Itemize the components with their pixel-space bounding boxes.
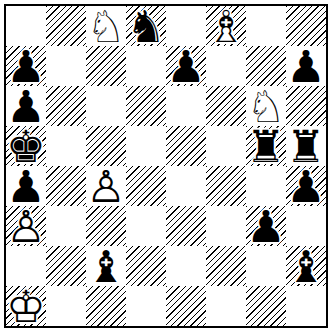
square-b5[interactable] — [46, 126, 86, 166]
black-bishop[interactable]: ♝ — [86, 246, 126, 286]
square-f3[interactable] — [206, 206, 246, 246]
square-c1[interactable] — [86, 286, 126, 326]
square-h4[interactable]: ♟ — [286, 166, 326, 206]
square-e6[interactable] — [166, 86, 206, 126]
square-c6[interactable] — [86, 86, 126, 126]
square-g1[interactable] — [246, 286, 286, 326]
square-e4[interactable] — [166, 166, 206, 206]
square-a8[interactable] — [6, 6, 46, 46]
square-d2[interactable] — [126, 246, 166, 286]
pawn-glyph: ♟ — [286, 167, 326, 207]
black-pawn[interactable]: ♟ — [286, 46, 326, 86]
pawn-outline-layer: ♙ — [6, 207, 46, 247]
black-pawn[interactable]: ♟ — [246, 206, 286, 246]
black-knight[interactable]: ♞ — [126, 6, 166, 46]
square-g4[interactable] — [246, 166, 286, 206]
square-c7[interactable] — [86, 46, 126, 86]
white-bishop[interactable]: ♝♗ — [206, 6, 246, 46]
square-e8[interactable] — [166, 6, 206, 46]
square-g5[interactable]: ♜ — [246, 126, 286, 166]
square-b1[interactable] — [46, 286, 86, 326]
square-h2[interactable]: ♝ — [286, 246, 326, 286]
square-a4[interactable]: ♟ — [6, 166, 46, 206]
square-f4[interactable] — [206, 166, 246, 206]
square-f2[interactable] — [206, 246, 246, 286]
black-rook[interactable]: ♜ — [286, 126, 326, 166]
square-b7[interactable] — [46, 46, 86, 86]
pawn-outline-layer: ♙ — [86, 167, 126, 207]
square-d1[interactable] — [126, 286, 166, 326]
black-pawn[interactable]: ♟ — [6, 166, 46, 206]
square-a2[interactable] — [6, 246, 46, 286]
chess-board: ♞♘♞♝♗♟♟♟♟♞♘♚♜♜♟♟♙♟♟♙♟♝♝♚♔ — [6, 6, 326, 326]
black-pawn[interactable]: ♟ — [166, 46, 206, 86]
square-b4[interactable] — [46, 166, 86, 206]
square-a6[interactable]: ♟ — [6, 86, 46, 126]
knight-outline-layer: ♘ — [86, 7, 126, 47]
square-f7[interactable] — [206, 46, 246, 86]
square-e5[interactable] — [166, 126, 206, 166]
square-f8[interactable]: ♝♗ — [206, 6, 246, 46]
black-bishop[interactable]: ♝ — [286, 246, 326, 286]
square-b3[interactable] — [46, 206, 86, 246]
black-pawn[interactable]: ♟ — [286, 166, 326, 206]
square-h6[interactable] — [286, 86, 326, 126]
rook-glyph: ♜ — [246, 127, 286, 167]
square-g2[interactable] — [246, 246, 286, 286]
square-f5[interactable] — [206, 126, 246, 166]
square-h5[interactable]: ♜ — [286, 126, 326, 166]
pawn-glyph: ♟ — [246, 207, 286, 247]
square-f1[interactable] — [206, 286, 246, 326]
square-f6[interactable] — [206, 86, 246, 126]
square-b6[interactable] — [46, 86, 86, 126]
white-king[interactable]: ♚♔ — [6, 286, 46, 326]
black-rook[interactable]: ♜ — [246, 126, 286, 166]
square-d7[interactable] — [126, 46, 166, 86]
square-h7[interactable]: ♟ — [286, 46, 326, 86]
white-pawn[interactable]: ♟♙ — [86, 166, 126, 206]
square-h1[interactable] — [286, 286, 326, 326]
square-a7[interactable]: ♟ — [6, 46, 46, 86]
square-e2[interactable] — [166, 246, 206, 286]
square-b2[interactable] — [46, 246, 86, 286]
square-c3[interactable] — [86, 206, 126, 246]
square-c8[interactable]: ♞♘ — [86, 6, 126, 46]
square-g6[interactable]: ♞♘ — [246, 86, 286, 126]
pawn-glyph: ♟ — [166, 47, 206, 87]
square-a1[interactable]: ♚♔ — [6, 286, 46, 326]
square-d6[interactable] — [126, 86, 166, 126]
board-frame: ♞♘♞♝♗♟♟♟♟♞♘♚♜♜♟♟♙♟♟♙♟♝♝♚♔ — [4, 4, 328, 328]
king-outline-layer: ♔ — [6, 287, 46, 327]
white-pawn[interactable]: ♟♙ — [6, 206, 46, 246]
square-c5[interactable] — [86, 126, 126, 166]
square-c2[interactable]: ♝ — [86, 246, 126, 286]
square-h3[interactable] — [286, 206, 326, 246]
square-d3[interactable] — [126, 206, 166, 246]
square-h8[interactable] — [286, 6, 326, 46]
square-d5[interactable] — [126, 126, 166, 166]
pawn-glyph: ♟ — [286, 47, 326, 87]
bishop-glyph: ♝ — [286, 247, 326, 287]
white-knight[interactable]: ♞♘ — [246, 86, 286, 126]
bishop-glyph: ♝ — [86, 247, 126, 287]
knight-glyph: ♞ — [126, 7, 166, 47]
white-knight[interactable]: ♞♘ — [86, 6, 126, 46]
square-g7[interactable] — [246, 46, 286, 86]
square-d4[interactable] — [126, 166, 166, 206]
square-e3[interactable] — [166, 206, 206, 246]
square-g3[interactable]: ♟ — [246, 206, 286, 246]
square-b8[interactable] — [46, 6, 86, 46]
square-d8[interactable]: ♞ — [126, 6, 166, 46]
square-a3[interactable]: ♟♙ — [6, 206, 46, 246]
square-c4[interactable]: ♟♙ — [86, 166, 126, 206]
square-g8[interactable] — [246, 6, 286, 46]
square-a5[interactable]: ♚ — [6, 126, 46, 166]
black-pawn[interactable]: ♟ — [6, 86, 46, 126]
square-e1[interactable] — [166, 286, 206, 326]
bishop-outline-layer: ♗ — [206, 7, 246, 47]
square-e7[interactable]: ♟ — [166, 46, 206, 86]
black-pawn[interactable]: ♟ — [6, 46, 46, 86]
black-king[interactable]: ♚ — [6, 126, 46, 166]
